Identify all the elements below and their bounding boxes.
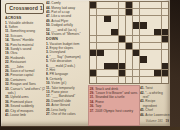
white-cell[interactable] <box>90 77 96 83</box>
white-cell[interactable] <box>111 16 117 22</box>
white-cell[interactable] <box>104 36 110 42</box>
white-cell[interactable] <box>97 9 103 15</box>
white-cell[interactable] <box>104 50 110 56</box>
white-cell[interactable] <box>133 9 139 15</box>
clue-27: 27. One of the colors <box>46 112 89 116</box>
white-cell[interactable] <box>126 22 132 28</box>
white-cell[interactable] <box>126 70 132 76</box>
white-cell[interactable] <box>147 77 153 83</box>
white-cell[interactable] <box>162 9 168 15</box>
white-cell[interactable] <box>97 56 103 62</box>
clue-54: 54. Visions of "Memoirs" <box>46 32 89 36</box>
white-cell[interactable] <box>119 43 125 49</box>
clue-33: 33. Caesar's "and others" (2 wds.) <box>5 86 45 95</box>
white-cell[interactable] <box>126 77 132 83</box>
crossword-grid[interactable] <box>89 1 169 84</box>
white-cell[interactable] <box>162 50 168 56</box>
white-cell[interactable] <box>111 43 117 49</box>
white-cell[interactable] <box>104 70 110 76</box>
white-cell[interactable] <box>104 22 110 28</box>
photo-of-crossword-page: Crossword 12 ACROSS 1. Valuable attribut… <box>0 0 180 130</box>
black-cell <box>90 2 96 8</box>
white-cell[interactable] <box>111 56 117 62</box>
white-cell[interactable] <box>133 36 139 42</box>
white-cell[interactable] <box>126 50 132 56</box>
black-cell <box>140 22 146 28</box>
white-cell[interactable] <box>147 9 153 15</box>
black-cell <box>104 63 110 69</box>
clue-37: 37. 2008 Olympic host country <box>90 108 140 112</box>
white-cell[interactable] <box>154 63 160 69</box>
white-cell[interactable] <box>162 16 168 22</box>
white-cell[interactable] <box>154 77 160 83</box>
white-cell[interactable] <box>119 77 125 83</box>
white-cell[interactable] <box>140 63 146 69</box>
white-cell[interactable] <box>154 43 160 49</box>
white-cell[interactable] <box>111 22 117 28</box>
black-cell <box>162 70 168 76</box>
white-cell[interactable] <box>133 77 139 83</box>
white-cell[interactable] <box>162 43 168 49</box>
white-cell[interactable] <box>154 9 160 15</box>
puzzle-title: Crossword 12 <box>6 4 44 11</box>
black-cell <box>154 29 160 35</box>
white-cell[interactable] <box>140 16 146 22</box>
across-clue-list: 1. Valuable attribute6. Soften11. Someth… <box>5 20 45 117</box>
white-cell[interactable] <box>147 50 153 56</box>
white-cell[interactable] <box>140 9 146 15</box>
white-cell[interactable] <box>111 77 117 83</box>
white-cell[interactable] <box>111 2 117 8</box>
white-cell[interactable] <box>97 36 103 42</box>
white-cell[interactable] <box>97 77 103 83</box>
middle-clues-column: 42. Comfy44. Money laid away45. Part of … <box>46 1 89 125</box>
white-cell[interactable] <box>154 2 160 8</box>
white-cell[interactable] <box>133 70 139 76</box>
white-cell[interactable] <box>90 43 96 49</box>
black-cell <box>154 70 160 76</box>
white-cell[interactable] <box>133 2 139 8</box>
white-cell[interactable] <box>126 29 132 35</box>
right-clues-column: 41. Twist42. "...a whirling reel"43. Rec… <box>140 86 170 117</box>
black-cell <box>104 16 110 22</box>
white-cell[interactable] <box>133 43 139 49</box>
white-cell[interactable] <box>119 16 125 22</box>
clue-41: 41. Loose limb <box>5 113 45 117</box>
white-cell[interactable] <box>140 77 146 83</box>
white-cell[interactable] <box>119 2 125 8</box>
white-cell[interactable] <box>126 63 132 69</box>
white-cell[interactable] <box>111 70 117 76</box>
across-clues-column: ACROSS 1. Valuable attribute6. Soften11.… <box>5 14 45 124</box>
white-cell[interactable] <box>119 50 125 56</box>
black-cell <box>97 50 103 56</box>
white-cell[interactable] <box>126 16 132 22</box>
black-cell <box>111 29 117 35</box>
white-cell[interactable] <box>162 22 168 28</box>
white-cell[interactable] <box>147 56 153 62</box>
white-cell[interactable] <box>111 9 117 15</box>
white-cell[interactable] <box>90 29 96 35</box>
white-cell[interactable] <box>140 36 146 42</box>
white-cell[interactable] <box>147 36 153 42</box>
photo-left-edge <box>0 0 1 130</box>
white-cell[interactable] <box>111 50 117 56</box>
down-clue-list-right: 41. Twist42. "...a whirling reel"43. Rec… <box>140 86 170 117</box>
white-cell[interactable] <box>147 2 153 8</box>
white-cell[interactable] <box>104 77 110 83</box>
white-cell[interactable] <box>104 2 110 8</box>
black-cell <box>140 56 146 62</box>
black-cell <box>126 2 132 8</box>
book-page: Crossword 12 ACROSS 1. Valuable attribut… <box>1 0 170 126</box>
white-cell[interactable] <box>90 9 96 15</box>
white-cell[interactable] <box>97 2 103 8</box>
white-cell[interactable] <box>126 56 132 62</box>
black-cell <box>162 29 168 35</box>
down-clue-list: 1. Vacation budget item2. Enjoy the slop… <box>46 41 89 116</box>
white-cell[interactable] <box>140 70 146 76</box>
white-cell[interactable] <box>111 36 117 42</box>
white-cell[interactable] <box>119 22 125 28</box>
photo-bottom-edge <box>0 127 180 130</box>
black-cell <box>119 36 125 42</box>
white-cell[interactable] <box>147 43 153 49</box>
white-cell[interactable] <box>90 36 96 42</box>
white-cell[interactable] <box>90 63 96 69</box>
white-cell[interactable] <box>140 50 146 56</box>
footer-volume: Volume 181 <box>146 119 163 123</box>
white-cell[interactable] <box>97 70 103 76</box>
white-cell[interactable] <box>162 56 168 62</box>
black-cell <box>162 36 168 42</box>
white-cell[interactable] <box>97 22 103 28</box>
white-cell[interactable] <box>97 43 103 49</box>
white-cell[interactable] <box>133 29 139 35</box>
white-cell[interactable] <box>97 29 103 35</box>
across-header: ACROSS <box>5 16 45 20</box>
black-cell <box>126 9 132 15</box>
white-cell[interactable] <box>140 29 146 35</box>
black-cell <box>133 50 139 56</box>
across-clue-list-continued: 42. Comfy44. Money laid away45. Part of … <box>46 1 89 36</box>
white-cell[interactable] <box>97 63 103 69</box>
white-cell[interactable] <box>90 56 96 62</box>
white-cell[interactable] <box>154 36 160 42</box>
white-cell[interactable] <box>147 29 153 35</box>
white-cell[interactable] <box>147 63 153 69</box>
footer-page-number: 19 <box>165 119 169 123</box>
clue-42: 42. "...a whirling reel" <box>140 90 170 99</box>
black-cell <box>119 70 125 76</box>
white-cell[interactable] <box>90 22 96 28</box>
white-cell[interactable] <box>140 43 146 49</box>
white-cell[interactable] <box>119 56 125 62</box>
white-cell[interactable] <box>154 16 160 22</box>
down-clue-list-boxed: 28. Snack and drink29. "Leave It to Beav… <box>90 86 140 112</box>
white-cell[interactable] <box>104 29 110 35</box>
white-cell[interactable] <box>147 16 153 22</box>
white-cell[interactable] <box>104 43 110 49</box>
black-cell <box>162 63 168 69</box>
black-cell <box>133 22 139 28</box>
black-cell <box>126 43 132 49</box>
white-cell[interactable] <box>154 56 160 62</box>
white-cell[interactable] <box>133 63 139 69</box>
white-cell[interactable] <box>119 29 125 35</box>
white-cell[interactable] <box>162 77 168 83</box>
white-cell[interactable] <box>162 2 168 8</box>
white-cell[interactable] <box>147 22 153 28</box>
white-cell[interactable] <box>133 56 139 62</box>
white-cell[interactable] <box>126 36 132 42</box>
down-header: DOWN <box>46 37 89 41</box>
puzzle-title-box: Crossword 12 <box>5 3 44 14</box>
white-cell[interactable] <box>97 16 103 22</box>
white-cell[interactable] <box>154 50 160 56</box>
white-cell[interactable] <box>133 16 139 22</box>
white-cell[interactable] <box>119 9 125 15</box>
black-cell <box>90 50 96 56</box>
white-cell[interactable] <box>104 9 110 15</box>
white-cell[interactable] <box>90 16 96 22</box>
white-cell[interactable] <box>104 56 110 62</box>
white-cell[interactable] <box>147 70 153 76</box>
white-cell[interactable] <box>140 2 146 8</box>
black-cell <box>119 63 125 69</box>
black-cell <box>90 70 96 76</box>
black-cell <box>111 63 117 69</box>
clue-43: 43. Recipe ingredient <box>140 99 170 108</box>
white-cell[interactable] <box>154 22 160 28</box>
